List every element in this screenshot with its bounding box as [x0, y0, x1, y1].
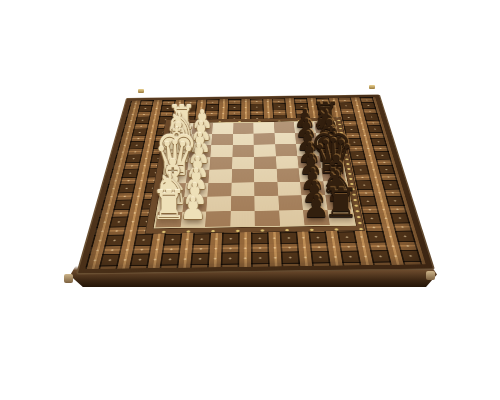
square-c1 [160, 183, 185, 197]
square-a8 [327, 209, 354, 225]
square-d3 [208, 169, 231, 182]
square-e2 [187, 157, 210, 170]
square-c8 [323, 181, 349, 195]
square-g8 [316, 132, 339, 144]
brass-latch-icon [369, 85, 375, 89]
square-f1 [167, 146, 190, 158]
square-b3 [206, 196, 231, 211]
square-c4 [231, 182, 255, 196]
square-d2 [186, 170, 210, 183]
square-e6 [276, 156, 299, 169]
square-b6 [278, 195, 303, 210]
square-d8 [321, 168, 346, 181]
square-f7 [296, 144, 319, 156]
square-g1 [169, 134, 192, 146]
square-h6 [274, 122, 295, 133]
chess-board [76, 94, 435, 274]
square-f3 [210, 145, 232, 157]
square-b2 [182, 197, 207, 212]
square-a7 [303, 210, 329, 226]
square-h1 [171, 123, 193, 134]
square-c2 [184, 183, 209, 197]
board-foot-right [426, 271, 435, 280]
square-c3 [207, 182, 231, 196]
square-a6 [279, 210, 305, 226]
square-f8 [317, 143, 341, 155]
square-a5 [255, 210, 280, 226]
square-d7 [299, 168, 323, 181]
square-e3 [209, 157, 232, 170]
board-tilt-plane [76, 94, 435, 274]
square-e1 [165, 157, 189, 170]
square-h2 [191, 123, 213, 134]
square-d6 [276, 168, 300, 181]
square-a3 [205, 211, 230, 227]
square-g7 [295, 133, 317, 145]
square-g4 [232, 133, 253, 145]
brass-latch-icon [138, 89, 144, 93]
square-e5 [254, 156, 276, 169]
square-g2 [190, 134, 212, 146]
square-g3 [211, 134, 233, 146]
square-a1 [155, 212, 182, 228]
square-d1 [163, 170, 187, 183]
square-b8 [325, 195, 351, 210]
square-b5 [254, 196, 278, 211]
square-h4 [233, 123, 254, 134]
square-b4 [230, 196, 254, 211]
square-h5 [253, 122, 274, 133]
square-h7 [294, 122, 316, 133]
square-f4 [232, 145, 254, 157]
square-g6 [274, 133, 296, 145]
square-c6 [277, 181, 301, 195]
square-c5 [254, 182, 278, 196]
square-e4 [232, 157, 254, 170]
square-b1 [158, 197, 184, 212]
square-a2 [180, 211, 206, 227]
square-b7 [301, 195, 327, 210]
square-h8 [314, 121, 336, 132]
square-h3 [212, 123, 233, 134]
square-d5 [254, 169, 277, 182]
playing-field [155, 121, 354, 227]
square-f5 [254, 144, 276, 156]
square-e8 [319, 155, 343, 168]
board-scene [103, 18, 404, 319]
square-c7 [300, 181, 325, 195]
square-f6 [275, 144, 297, 156]
square-f2 [189, 145, 212, 157]
square-e7 [297, 156, 321, 169]
square-g5 [254, 133, 275, 145]
product-photo-chess-set: ♜♞♝♛♚♝♞♜♟♟♟♟♟♟♟♟♟♟♟♟♟♟♟♟♜♞♝♛♚♝♞♜ [0, 0, 500, 400]
square-d4 [231, 169, 254, 182]
square-a4 [230, 211, 255, 227]
board-foot-left [64, 274, 73, 283]
